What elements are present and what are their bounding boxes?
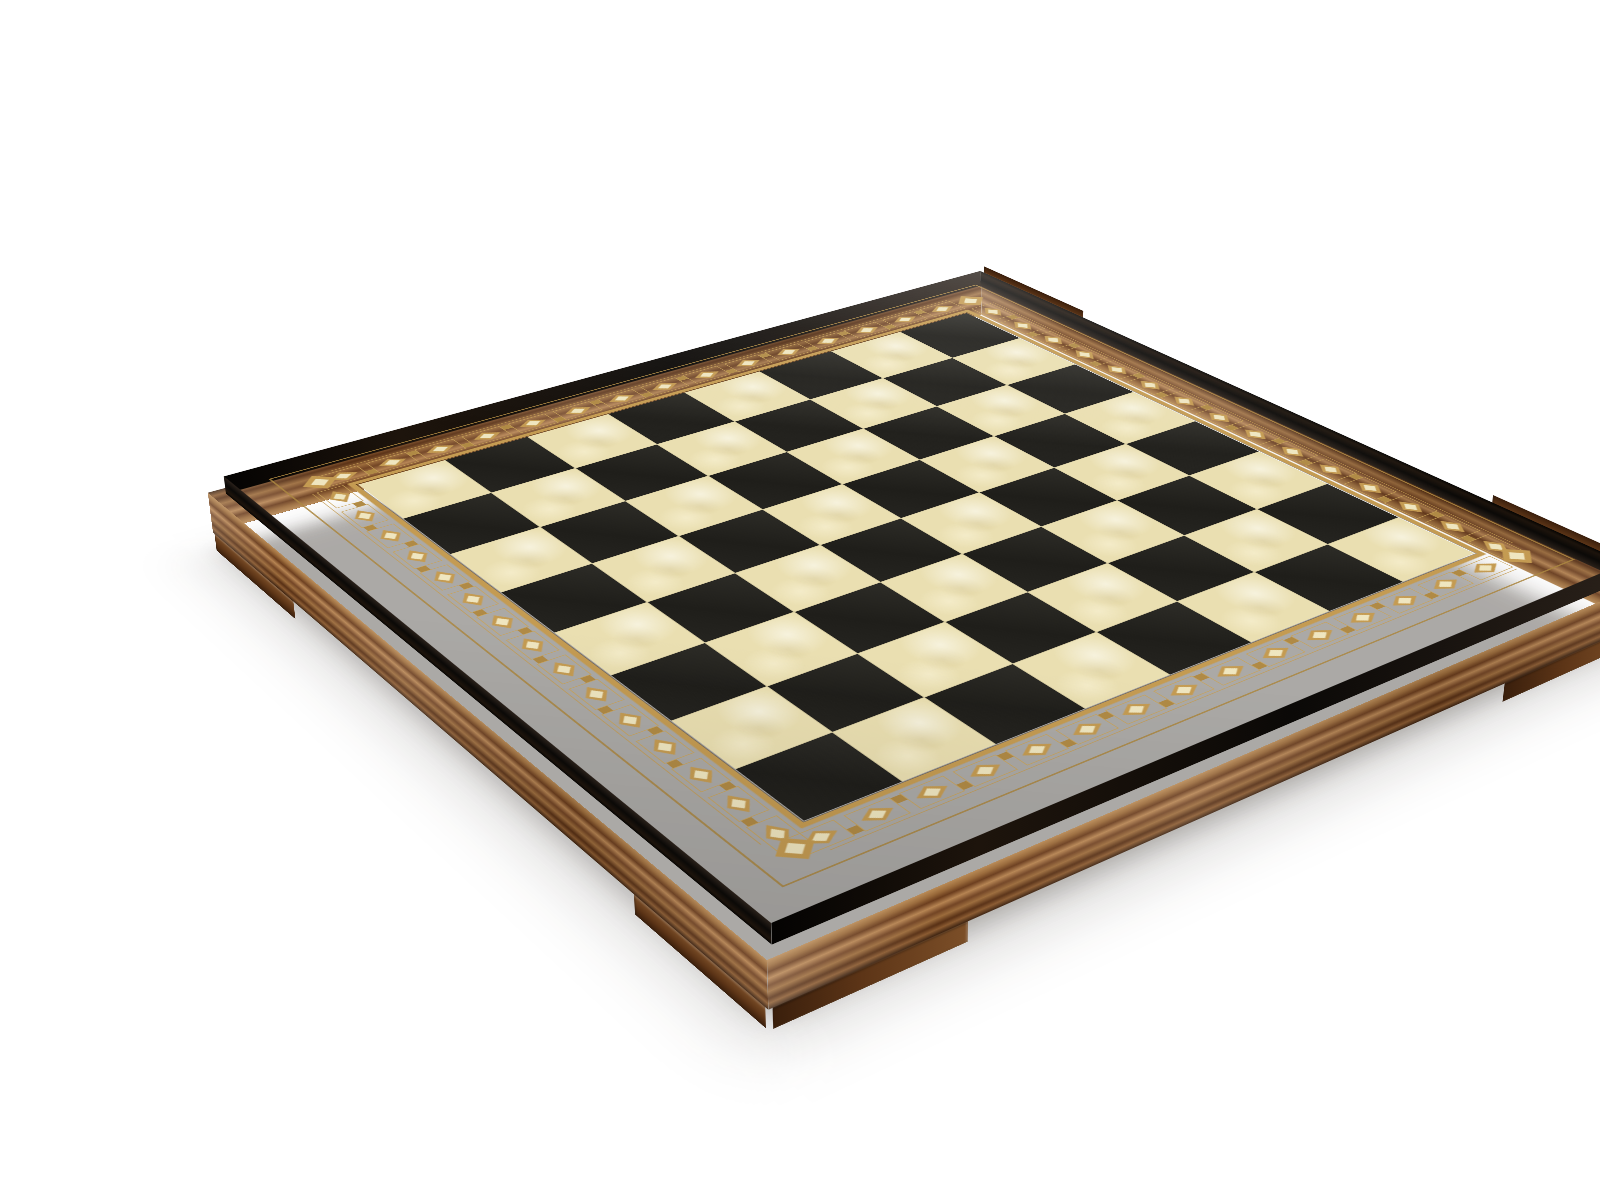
board-top-surface <box>224 271 1600 923</box>
inlay-diamond <box>1200 657 1261 685</box>
inlay-diamond <box>787 820 856 855</box>
inlay-corner-diamond <box>1486 542 1548 569</box>
inlay-diamond <box>1246 639 1306 667</box>
inlay-diamond <box>1333 605 1391 631</box>
inlay-small-square <box>719 782 736 791</box>
square-h5 <box>1098 602 1251 675</box>
inlay-diamond <box>1467 534 1524 559</box>
inlay-diamond <box>476 608 529 636</box>
inlay-small-square <box>997 752 1014 761</box>
inlay-small-square <box>518 627 533 634</box>
inlay-small-square <box>890 794 907 803</box>
inlay-small-square <box>847 825 864 835</box>
inlay-small-square <box>1060 739 1077 748</box>
inlay-small-square <box>1193 673 1209 681</box>
inlay-small-square <box>1452 570 1467 577</box>
inlay-diamond <box>1056 714 1120 745</box>
inlay-small-square <box>1370 602 1385 609</box>
inlay-diamond <box>1105 695 1168 725</box>
inlay-small-square <box>404 541 418 547</box>
square-d1 <box>501 564 645 632</box>
inlay-small-square <box>363 525 377 531</box>
inlay-diamond <box>447 586 499 613</box>
inlay-small-square <box>741 817 758 826</box>
square-h2 <box>833 698 995 781</box>
square-h8 <box>1329 518 1474 582</box>
square-f2 <box>705 612 856 686</box>
square-e4 <box>820 518 961 582</box>
inlay-small-square <box>1251 662 1267 670</box>
square-d3 <box>680 510 820 573</box>
inlay-diamond <box>671 758 732 793</box>
photo-canvas <box>0 0 1600 1200</box>
square-f1 <box>611 643 765 720</box>
inlay-diamond <box>1457 556 1513 580</box>
inlay-small-square <box>666 759 683 768</box>
inlay-diamond <box>419 564 470 590</box>
inlay-diamond <box>746 815 810 852</box>
square-e1 <box>555 602 704 675</box>
inlay-diamond <box>506 631 560 660</box>
square-d2 <box>592 536 734 601</box>
inlay-diamond <box>601 704 659 736</box>
inlay-diamond <box>392 544 442 569</box>
inlay-small-square <box>459 582 473 589</box>
square-g2 <box>767 654 924 732</box>
inlay-small-square <box>580 675 596 683</box>
square-g6 <box>1108 536 1253 601</box>
inlay-small-square <box>647 726 663 734</box>
square-g7 <box>1185 509 1328 572</box>
inlay-small-square <box>597 706 613 714</box>
square-g4 <box>945 592 1096 663</box>
inlay-corner-diamond <box>758 828 832 869</box>
inlay-small-square <box>1461 535 1476 541</box>
inlay-diamond <box>1290 622 1349 649</box>
chess-board <box>224 271 1600 923</box>
square-h3 <box>925 664 1084 744</box>
inlay-diamond <box>952 754 1018 787</box>
inlay-diamond <box>844 797 912 831</box>
inlay-diamond <box>708 786 770 822</box>
inlay-small-square <box>416 566 430 573</box>
square-g5 <box>1029 563 1177 631</box>
inlay-diamond <box>1005 734 1070 766</box>
square-e3 <box>736 545 880 611</box>
inlay-diamond <box>1417 572 1474 597</box>
square-f3 <box>795 583 944 653</box>
square-g1 <box>672 687 832 769</box>
square-g3 <box>858 622 1012 697</box>
inlay-diamond <box>1153 676 1215 705</box>
inlay-small-square <box>473 609 488 616</box>
inlay-diamond <box>635 730 694 763</box>
inlay-diamond <box>568 679 625 710</box>
square-h6 <box>1178 573 1328 642</box>
inlay-small-square <box>1424 592 1439 599</box>
inlay-small-square <box>1284 637 1300 644</box>
inlay-diamond <box>899 776 966 809</box>
square-h4 <box>1014 632 1170 708</box>
inlay-small-square <box>1098 711 1114 719</box>
square-f5 <box>963 527 1106 592</box>
square-h7 <box>1255 545 1403 611</box>
inlay-diamond <box>536 654 591 684</box>
square-f4 <box>881 554 1027 621</box>
square-e2 <box>647 573 794 642</box>
inlay-diamond <box>1425 514 1481 538</box>
inlay-diamond <box>366 524 415 549</box>
inlay-small-square <box>956 781 973 790</box>
inlay-diamond <box>1376 588 1434 614</box>
inlay-small-square <box>1340 626 1356 633</box>
square-c1 <box>451 527 591 592</box>
inlay-small-square <box>1158 699 1174 707</box>
inlay-small-square <box>533 656 548 664</box>
square-h1 <box>736 733 902 821</box>
